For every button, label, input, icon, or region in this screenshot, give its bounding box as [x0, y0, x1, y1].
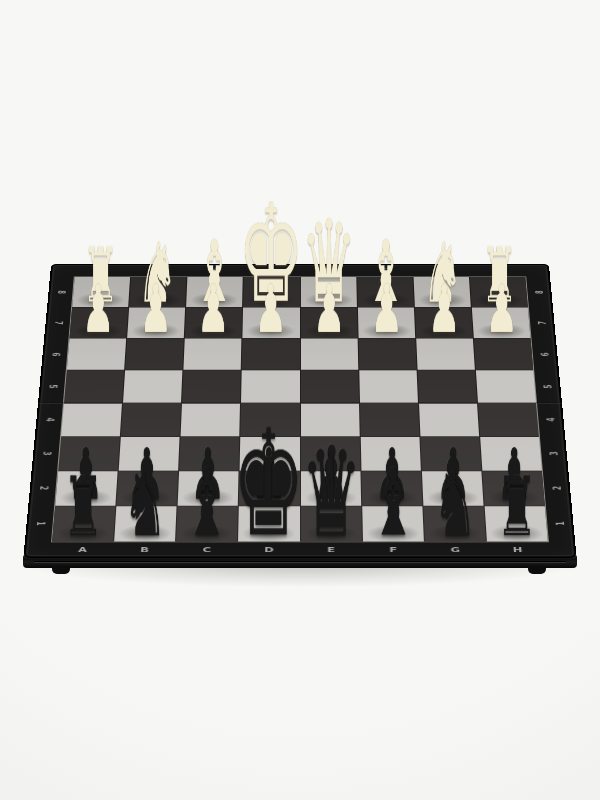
white-pawn[interactable]: ♟: [197, 276, 230, 342]
black-rook[interactable]: ♜: [497, 466, 537, 548]
product-photo: ABCDEFGH ABCDEFGH 87654321 87654321 ♜♞♝♚…: [0, 0, 600, 800]
square-f5[interactable]: [359, 371, 418, 403]
square-g4[interactable]: [419, 403, 479, 436]
square-e5[interactable]: [300, 371, 358, 403]
square-d1[interactable]: ♚: [238, 506, 299, 541]
square-e6[interactable]: [300, 339, 357, 370]
square-b4[interactable]: [121, 403, 181, 436]
square-f4[interactable]: [360, 403, 420, 436]
board-foot-left: [52, 567, 70, 574]
square-d6[interactable]: [242, 339, 299, 370]
file-label-bottom-h: H: [486, 542, 549, 558]
white-pawn[interactable]: ♟: [485, 276, 518, 342]
square-c7[interactable]: ♟: [185, 308, 242, 339]
square-e1[interactable]: ♛: [301, 506, 362, 541]
file-label-bottom-e: E: [300, 542, 362, 558]
chess-board: ABCDEFGH ABCDEFGH 87654321 87654321 ♜♞♝♚…: [23, 264, 576, 558]
file-labels-bottom: ABCDEFGH: [51, 542, 549, 558]
white-pawn[interactable]: ♟: [370, 276, 403, 342]
rank-label-right-8: 8: [510, 285, 568, 298]
square-a5[interactable]: [64, 371, 124, 403]
square-h5[interactable]: [476, 371, 536, 403]
black-bishop[interactable]: ♝: [370, 457, 415, 549]
white-pawn[interactable]: ♟: [255, 276, 288, 342]
square-b5[interactable]: [123, 371, 182, 403]
black-king[interactable]: ♚: [233, 411, 305, 558]
scene: ABCDEFGH ABCDEFGH 87654321 87654321 ♜♞♝♚…: [0, 0, 600, 800]
black-bishop[interactable]: ♝: [184, 457, 229, 549]
square-b1[interactable]: ♞: [114, 506, 177, 541]
rank-label-right-1: 1: [528, 516, 591, 532]
rank-label-left-7: 7: [29, 316, 88, 330]
square-f1[interactable]: ♝: [362, 506, 424, 541]
square-b7[interactable]: ♟: [127, 308, 185, 339]
file-label-bottom-b: B: [113, 542, 176, 558]
file-label-bottom-a: A: [51, 542, 114, 558]
square-g6[interactable]: [416, 339, 475, 370]
black-knight[interactable]: ♞: [123, 459, 167, 549]
rank-label-left-6: 6: [26, 347, 85, 361]
rank-label-right-7: 7: [513, 316, 572, 330]
white-pawn[interactable]: ♟: [312, 276, 345, 342]
board-foot-right: [528, 567, 546, 574]
black-rook[interactable]: ♜: [63, 466, 103, 548]
rank-label-right-6: 6: [515, 347, 574, 361]
white-pawn[interactable]: ♟: [140, 276, 173, 342]
square-f7[interactable]: ♟: [358, 308, 415, 339]
file-label-bottom-c: C: [175, 542, 238, 558]
square-f6[interactable]: [358, 339, 416, 370]
file-label-bottom-d: D: [238, 542, 300, 558]
board-grid: ♜♞♝♚♛♝♞♜♟♟♟♟♟♟♟♟♟♟♟♟♟♟♟♟♜♞♝♚♛♝♞♜: [52, 277, 548, 542]
white-pawn[interactable]: ♟: [82, 276, 115, 342]
square-c1[interactable]: ♝: [176, 506, 238, 541]
square-d7[interactable]: ♟: [243, 308, 300, 339]
square-g1[interactable]: ♞: [423, 506, 486, 541]
file-label-bottom-f: F: [362, 542, 425, 558]
square-b6[interactable]: [125, 339, 184, 370]
black-queen[interactable]: ♛: [300, 430, 361, 554]
square-e7[interactable]: ♟: [300, 308, 357, 339]
square-g7[interactable]: ♟: [415, 308, 473, 339]
square-g5[interactable]: [417, 371, 476, 403]
white-pawn[interactable]: ♟: [428, 276, 461, 342]
file-label-bottom-g: G: [424, 542, 487, 558]
black-knight[interactable]: ♞: [433, 459, 477, 549]
square-c6[interactable]: [184, 339, 242, 370]
